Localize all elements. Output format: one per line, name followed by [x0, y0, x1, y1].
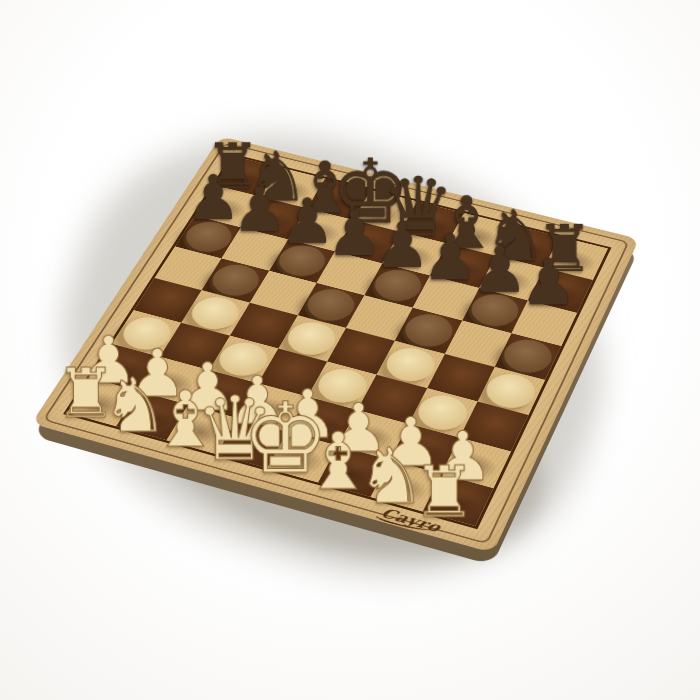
black-pawn-h7[interactable]: ♟	[520, 251, 577, 315]
black-pawn-f7[interactable]: ♟	[422, 226, 479, 289]
white-rook-h1[interactable]: ♜	[412, 457, 476, 528]
black-pawn-g7[interactable]: ♟	[471, 238, 528, 301]
dark-checker-h5[interactable]	[498, 335, 558, 377]
product-photo-canvas: ♜♞♝♚♛♝♞♜♟♟♟♟♟♟♟♟♟♟♟♟♟♟♟♟♜♞♝♛♚♝♞♜ Cayro	[0, 0, 700, 700]
square-g4[interactable]	[427, 354, 495, 402]
